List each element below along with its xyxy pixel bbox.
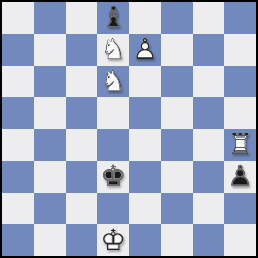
square-c2[interactable] <box>66 193 98 225</box>
square-h7[interactable] <box>224 34 256 66</box>
square-e4[interactable] <box>129 129 161 161</box>
square-d2[interactable] <box>97 193 129 225</box>
square-h3[interactable]: ♟♙ <box>224 161 256 193</box>
piece-white-king-d1[interactable]: ♚♔ <box>97 224 129 256</box>
square-f4[interactable] <box>161 129 193 161</box>
square-b8[interactable] <box>34 2 66 34</box>
square-h1[interactable] <box>224 224 256 256</box>
square-a2[interactable] <box>2 193 34 225</box>
square-d7[interactable]: ♞♘ <box>97 34 129 66</box>
square-h4[interactable]: ♜♖ <box>224 129 256 161</box>
square-c7[interactable] <box>66 34 98 66</box>
white-knight-glyph-outline: ♘ <box>97 66 129 98</box>
white-pawn-glyph-outline: ♙ <box>129 34 161 66</box>
chess-board-window: ♝♗♞♘♟♙♞♘♜♖♚♔♟♙♚♔ <box>0 0 258 258</box>
square-g1[interactable] <box>193 224 225 256</box>
square-a7[interactable] <box>2 34 34 66</box>
black-king-glyph-outline: ♔ <box>97 161 129 193</box>
square-e6[interactable] <box>129 66 161 98</box>
square-g3[interactable] <box>193 161 225 193</box>
square-e1[interactable] <box>129 224 161 256</box>
square-c3[interactable] <box>66 161 98 193</box>
square-d6[interactable]: ♞♘ <box>97 66 129 98</box>
square-e2[interactable] <box>129 193 161 225</box>
square-b6[interactable] <box>34 66 66 98</box>
square-d5[interactable] <box>97 97 129 129</box>
black-bishop-glyph-outline: ♗ <box>97 2 129 34</box>
square-h5[interactable] <box>224 97 256 129</box>
square-f7[interactable] <box>161 34 193 66</box>
white-king-glyph-outline: ♔ <box>97 224 129 256</box>
square-b5[interactable] <box>34 97 66 129</box>
square-g2[interactable] <box>193 193 225 225</box>
square-g4[interactable] <box>193 129 225 161</box>
square-h8[interactable] <box>224 2 256 34</box>
square-d8[interactable]: ♝♗ <box>97 2 129 34</box>
square-h2[interactable] <box>224 193 256 225</box>
piece-white-knight-d6[interactable]: ♞♘ <box>97 66 129 98</box>
square-e7[interactable]: ♟♙ <box>129 34 161 66</box>
square-c5[interactable] <box>66 97 98 129</box>
square-c4[interactable] <box>66 129 98 161</box>
square-b4[interactable] <box>34 129 66 161</box>
square-f8[interactable] <box>161 2 193 34</box>
piece-black-king-d3[interactable]: ♚♔ <box>97 161 129 193</box>
square-f5[interactable] <box>161 97 193 129</box>
square-f2[interactable] <box>161 193 193 225</box>
square-a8[interactable] <box>2 2 34 34</box>
square-g5[interactable] <box>193 97 225 129</box>
square-a4[interactable] <box>2 129 34 161</box>
square-f3[interactable] <box>161 161 193 193</box>
square-b7[interactable] <box>34 34 66 66</box>
white-knight-glyph-outline: ♘ <box>97 34 129 66</box>
square-a3[interactable] <box>2 161 34 193</box>
piece-white-rook-h4[interactable]: ♜♖ <box>224 129 256 161</box>
square-f1[interactable] <box>161 224 193 256</box>
square-c6[interactable] <box>66 66 98 98</box>
square-d1[interactable]: ♚♔ <box>97 224 129 256</box>
piece-black-pawn-h3[interactable]: ♟♙ <box>224 161 256 193</box>
square-a1[interactable] <box>2 224 34 256</box>
piece-white-knight-d7[interactable]: ♞♘ <box>97 34 129 66</box>
black-pawn-glyph-outline: ♙ <box>224 161 256 193</box>
square-c1[interactable] <box>66 224 98 256</box>
square-e8[interactable] <box>129 2 161 34</box>
square-e3[interactable] <box>129 161 161 193</box>
piece-white-pawn-e7[interactable]: ♟♙ <box>129 34 161 66</box>
square-g7[interactable] <box>193 34 225 66</box>
square-e5[interactable] <box>129 97 161 129</box>
white-rook-glyph-outline: ♖ <box>224 129 256 161</box>
square-a6[interactable] <box>2 66 34 98</box>
square-f6[interactable] <box>161 66 193 98</box>
square-g6[interactable] <box>193 66 225 98</box>
square-a5[interactable] <box>2 97 34 129</box>
square-h6[interactable] <box>224 66 256 98</box>
square-d3[interactable]: ♚♔ <box>97 161 129 193</box>
square-b2[interactable] <box>34 193 66 225</box>
square-b1[interactable] <box>34 224 66 256</box>
chess-board: ♝♗♞♘♟♙♞♘♜♖♚♔♟♙♚♔ <box>0 0 258 258</box>
square-c8[interactable] <box>66 2 98 34</box>
square-g8[interactable] <box>193 2 225 34</box>
square-b3[interactable] <box>34 161 66 193</box>
square-d4[interactable] <box>97 129 129 161</box>
piece-black-bishop-d8[interactable]: ♝♗ <box>97 2 129 34</box>
